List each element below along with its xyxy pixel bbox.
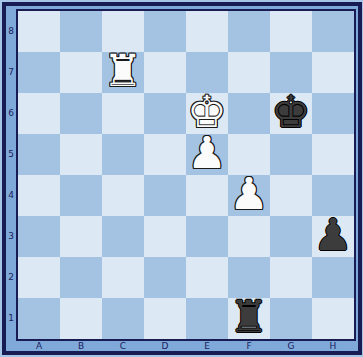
square-c4[interactable] xyxy=(102,175,144,216)
square-b7[interactable] xyxy=(60,52,102,93)
square-b8[interactable] xyxy=(60,11,102,52)
square-h2[interactable] xyxy=(312,257,354,298)
file-labels: ABCDEFGH xyxy=(18,342,354,351)
square-h8[interactable] xyxy=(312,11,354,52)
square-b1[interactable] xyxy=(60,298,102,339)
square-g1[interactable] xyxy=(270,298,312,339)
square-d5[interactable] xyxy=(144,134,186,175)
rank-label-8: 8 xyxy=(6,11,16,52)
square-b5[interactable] xyxy=(60,134,102,175)
square-c7[interactable]: ♜ xyxy=(102,52,144,93)
square-g2[interactable] xyxy=(270,257,312,298)
rank-label-6: 6 xyxy=(6,93,16,134)
chess-board: ♜♚♚♟♟♟♜ xyxy=(16,9,356,341)
square-f8[interactable] xyxy=(228,11,270,52)
white-pawn-e5[interactable]: ♟ xyxy=(187,131,226,175)
board-frame: 87654321 ♜♚♚♟♟♟♜ ABCDEFGH xyxy=(2,2,362,355)
file-label-e: E xyxy=(186,342,228,351)
square-e5[interactable]: ♟ xyxy=(186,134,228,175)
square-e2[interactable] xyxy=(186,257,228,298)
square-h7[interactable] xyxy=(312,52,354,93)
rank-label-3: 3 xyxy=(6,216,16,257)
chess-diagram: 87654321 ♜♚♚♟♟♟♜ ABCDEFGH xyxy=(0,0,363,357)
square-a1[interactable] xyxy=(18,298,60,339)
square-h1[interactable] xyxy=(312,298,354,339)
square-f6[interactable] xyxy=(228,93,270,134)
square-a5[interactable] xyxy=(18,134,60,175)
square-e1[interactable] xyxy=(186,298,228,339)
square-c6[interactable] xyxy=(102,93,144,134)
square-b3[interactable] xyxy=(60,216,102,257)
square-c2[interactable] xyxy=(102,257,144,298)
square-g4[interactable] xyxy=(270,175,312,216)
square-h6[interactable] xyxy=(312,93,354,134)
square-a4[interactable] xyxy=(18,175,60,216)
square-g3[interactable] xyxy=(270,216,312,257)
file-label-a: A xyxy=(18,342,60,351)
square-d1[interactable] xyxy=(144,298,186,339)
square-c5[interactable] xyxy=(102,134,144,175)
square-f3[interactable] xyxy=(228,216,270,257)
square-f4[interactable]: ♟ xyxy=(228,175,270,216)
square-f1[interactable]: ♜ xyxy=(228,298,270,339)
square-h3[interactable]: ♟ xyxy=(312,216,354,257)
file-label-g: G xyxy=(270,342,312,351)
square-d6[interactable] xyxy=(144,93,186,134)
file-label-b: B xyxy=(60,342,102,351)
rank-label-5: 5 xyxy=(6,134,16,175)
square-a3[interactable] xyxy=(18,216,60,257)
rank-label-7: 7 xyxy=(6,52,16,93)
file-label-f: F xyxy=(228,342,270,351)
rank-labels: 87654321 xyxy=(6,11,16,339)
square-a8[interactable] xyxy=(18,11,60,52)
square-h5[interactable] xyxy=(312,134,354,175)
square-a7[interactable] xyxy=(18,52,60,93)
square-d2[interactable] xyxy=(144,257,186,298)
black-rook-f1[interactable]: ♜ xyxy=(229,295,268,339)
square-a2[interactable] xyxy=(18,257,60,298)
square-b4[interactable] xyxy=(60,175,102,216)
square-e3[interactable] xyxy=(186,216,228,257)
square-f7[interactable] xyxy=(228,52,270,93)
square-g6[interactable]: ♚ xyxy=(270,93,312,134)
file-label-c: C xyxy=(102,342,144,351)
square-d8[interactable] xyxy=(144,11,186,52)
rank-label-1: 1 xyxy=(6,298,16,339)
square-e4[interactable] xyxy=(186,175,228,216)
square-e8[interactable] xyxy=(186,11,228,52)
white-rook-c7[interactable]: ♜ xyxy=(103,49,142,93)
square-c1[interactable] xyxy=(102,298,144,339)
square-d4[interactable] xyxy=(144,175,186,216)
square-g5[interactable] xyxy=(270,134,312,175)
file-label-d: D xyxy=(144,342,186,351)
black-pawn-h3[interactable]: ♟ xyxy=(313,213,352,257)
square-d7[interactable] xyxy=(144,52,186,93)
square-c3[interactable] xyxy=(102,216,144,257)
rank-label-4: 4 xyxy=(6,175,16,216)
square-d3[interactable] xyxy=(144,216,186,257)
square-b2[interactable] xyxy=(60,257,102,298)
square-g8[interactable] xyxy=(270,11,312,52)
square-b6[interactable] xyxy=(60,93,102,134)
square-a6[interactable] xyxy=(18,93,60,134)
file-label-h: H xyxy=(312,342,354,351)
white-pawn-f4[interactable]: ♟ xyxy=(229,172,268,216)
rank-label-2: 2 xyxy=(6,257,16,298)
black-king-g6[interactable]: ♚ xyxy=(271,90,310,134)
